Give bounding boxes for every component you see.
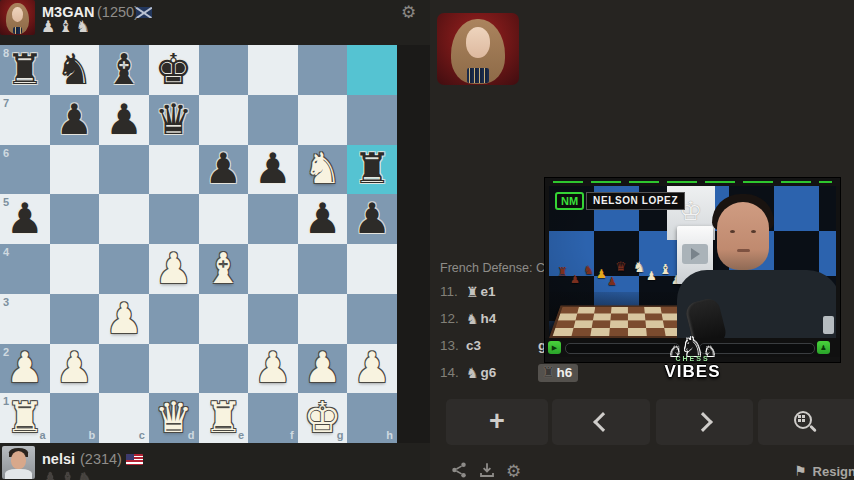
captured-knight-icon: ♞ — [76, 19, 90, 35]
square-g2[interactable]: ♟ — [298, 344, 348, 394]
move-text: g6 — [481, 365, 497, 380]
file-label: e — [238, 429, 244, 441]
move-number: 11. — [440, 284, 466, 299]
top-player-bar: M3GAN (1250) ♟♝♞ — [0, 0, 430, 45]
avatar-face — [466, 27, 491, 57]
square-b7[interactable]: ♟ — [50, 95, 100, 145]
square-f3[interactable] — [248, 294, 298, 344]
scene-piece: ♞ — [583, 264, 594, 276]
streamer-title-badge: NM NELSON LOPEZ — [555, 192, 685, 210]
white-pawn-h2[interactable]: ♟ — [347, 344, 397, 394]
plus-icon: + — [489, 408, 505, 435]
captured-pieces-bottom: ♟♝♞ — [43, 471, 92, 480]
webcam-frame-top — [545, 178, 840, 186]
chevron-left-icon — [593, 412, 613, 432]
rank-label: 2 — [3, 346, 9, 358]
square-d7[interactable]: ♛ — [149, 95, 199, 145]
square-b1[interactable]: b — [50, 393, 100, 443]
square-h7[interactable] — [347, 95, 397, 145]
square-f6[interactable]: ♟ — [248, 145, 298, 195]
rank-label: 7 — [3, 97, 9, 109]
scene-piece: ♟ — [646, 270, 657, 282]
square-h3[interactable] — [347, 294, 397, 344]
white-move[interactable]: ♜e1 — [466, 284, 538, 299]
square-e5[interactable] — [199, 194, 249, 244]
white-pawn-d4[interactable]: ♟ — [149, 244, 199, 294]
white-pawn-c3[interactable]: ♟ — [99, 294, 149, 344]
avatar-shirt — [5, 469, 33, 479]
captured-knight-icon: ♞ — [78, 471, 92, 480]
top-player-rating: (1250) — [97, 4, 139, 20]
top-player-avatar[interactable] — [0, 0, 35, 35]
square-d2[interactable] — [149, 344, 199, 394]
forward-button[interactable] — [656, 399, 753, 445]
resign-label: Resign — [813, 464, 854, 479]
move-number: 13. — [440, 338, 466, 353]
black-queen-d7[interactable]: ♛ — [149, 95, 199, 145]
move-piece-icon: ♞ — [466, 366, 479, 380]
captured-pawn-icon: ♟ — [41, 19, 55, 35]
square-c3[interactable]: ♟ — [99, 294, 149, 344]
square-g3[interactable] — [298, 294, 348, 344]
rank-label: 8 — [3, 47, 9, 59]
bottom-player-bar: nelsi (2314) ♟♝♞ — [0, 443, 430, 480]
square-f4[interactable] — [248, 244, 298, 294]
scene-piece: ♞ — [633, 260, 646, 274]
move-number: 14. — [440, 365, 466, 380]
square-d8[interactable]: ♚ — [149, 45, 199, 95]
move-text: c3 — [466, 338, 481, 353]
play-button-award-icon — [682, 244, 708, 264]
avatar-face — [11, 451, 27, 469]
square-h2[interactable]: ♟ — [347, 344, 397, 394]
square-e2[interactable] — [199, 344, 249, 394]
white-bishop-e4[interactable]: ♝ — [199, 244, 249, 294]
overlay-green-icon-left: ▶ — [548, 341, 561, 354]
square-d6[interactable] — [149, 145, 199, 195]
logo-vibes-text: VIBES — [638, 363, 748, 380]
square-d4[interactable]: ♟ — [149, 244, 199, 294]
black-pawn-b7[interactable]: ♟ — [50, 95, 100, 145]
opening-name: French Defense: Cla — [440, 261, 555, 275]
resign-button[interactable]: ⚑ Resign — [794, 463, 854, 479]
square-d1[interactable]: d♛ — [149, 393, 199, 443]
black-rook-h6[interactable]: ♜ — [347, 145, 397, 195]
bottom-player-name[interactable]: nelsi — [42, 451, 75, 467]
move-piece-icon: ♞ — [466, 312, 479, 326]
square-h8[interactable] — [347, 45, 397, 95]
captured-pieces-top: ♟♝♞ — [41, 19, 90, 35]
bottom-player-flag-icon — [126, 454, 143, 465]
square-h4[interactable] — [347, 244, 397, 294]
share-icon[interactable] — [450, 461, 470, 480]
square-f5[interactable] — [248, 194, 298, 244]
chair-edge — [823, 316, 834, 334]
scene-piece: ♝ — [659, 262, 672, 276]
square-c4[interactable] — [99, 244, 149, 294]
square-f2[interactable]: ♟ — [248, 344, 298, 394]
square-a4[interactable]: 4 — [0, 244, 50, 294]
square-e7[interactable] — [199, 95, 249, 145]
black-pawn-f6[interactable]: ♟ — [248, 145, 298, 195]
white-pawn-b2[interactable]: ♟ — [50, 344, 100, 394]
square-e6[interactable]: ♟ — [199, 145, 249, 195]
move-text: h4 — [481, 311, 497, 326]
square-b2[interactable]: ♟ — [50, 344, 100, 394]
black-knight-b8[interactable]: ♞ — [50, 45, 100, 95]
move-number: 12. — [440, 311, 466, 326]
black-pawn-h5[interactable]: ♟ — [347, 194, 397, 244]
black-pawn-e6[interactable]: ♟ — [199, 145, 249, 195]
square-d5[interactable] — [149, 194, 199, 244]
square-c1[interactable]: c — [99, 393, 149, 443]
overlay-green-icon-right: ♟ — [817, 341, 830, 354]
gear-icon-small[interactable]: ⚙ — [506, 461, 526, 480]
rank-label: 6 — [3, 147, 9, 159]
rank-label: 5 — [3, 196, 9, 208]
back-button[interactable] — [552, 399, 650, 445]
resign-flag-icon: ⚑ — [794, 463, 807, 479]
square-b8[interactable]: ♞ — [50, 45, 100, 95]
square-a7[interactable]: 7 — [0, 95, 50, 145]
square-f7[interactable] — [248, 95, 298, 145]
square-f8[interactable] — [248, 45, 298, 95]
white-move[interactable]: c3 — [466, 338, 538, 353]
square-a8[interactable]: 8♜ — [0, 45, 50, 95]
file-label: g — [337, 429, 344, 441]
download-icon[interactable] — [478, 461, 498, 480]
file-label: a — [40, 429, 46, 441]
rank-label: 3 — [3, 296, 9, 308]
white-knight-g6[interactable]: ♞ — [298, 145, 348, 195]
square-c7[interactable]: ♟ — [99, 95, 149, 145]
streamer-webcam-overlay: ♜♟♞♟♟♛♞♟♝♟♜ ♔ NM NELSON LOPEZ ▶ ♟ ♞♞♞ — [545, 178, 840, 362]
black-bishop-c8[interactable]: ♝ — [99, 45, 149, 95]
black-pawn-g5[interactable]: ♟ — [298, 194, 348, 244]
rank-label: 1 — [3, 395, 9, 407]
white-pawn-g2[interactable]: ♟ — [298, 344, 348, 394]
square-a2[interactable]: 2♟ — [0, 344, 50, 394]
square-b4[interactable] — [50, 244, 100, 294]
file-label: d — [188, 429, 195, 441]
file-label: h — [386, 429, 393, 441]
square-a1[interactable]: 1a♜ — [0, 393, 50, 443]
bottom-player-rating: (2314) — [80, 451, 122, 467]
square-e4[interactable]: ♝ — [199, 244, 249, 294]
magnifier-icon — [794, 411, 812, 429]
square-g5[interactable]: ♟ — [298, 194, 348, 244]
move-piece-icon: ♜ — [542, 365, 555, 379]
move-text: h6 — [557, 365, 573, 380]
white-move[interactable]: ♞g6 — [466, 365, 538, 380]
square-f1[interactable]: f — [248, 393, 298, 443]
bottom-player-avatar[interactable] — [2, 446, 35, 479]
white-move[interactable]: ♞h4 — [466, 311, 538, 326]
file-label: c — [139, 429, 145, 441]
black-pawn-c7[interactable]: ♟ — [99, 95, 149, 145]
square-g1[interactable]: g♚ — [298, 393, 348, 443]
scene-piece: ♜ — [557, 266, 568, 278]
chess-board: 8♜♞♝♚7♟♟♛6♟♟♞♜5♟♟♟4♟♝3♟2♟♟♟♟♟1a♜bcd♛e♜fg… — [0, 45, 397, 443]
avatar-bow — [13, 27, 22, 34]
square-h1[interactable]: h — [347, 393, 397, 443]
square-a6[interactable]: 6 — [0, 145, 50, 195]
square-a5[interactable]: 5♟ — [0, 194, 50, 244]
square-b3[interactable] — [50, 294, 100, 344]
chess-app-page: French Defense: Cla 11.♜e112.♞h413.c3g51… — [0, 0, 854, 480]
square-g6[interactable]: ♞ — [298, 145, 348, 195]
board-settings-gear-icon[interactable]: ⚙ — [401, 3, 416, 21]
square-e3[interactable] — [199, 294, 249, 344]
square-g4[interactable] — [298, 244, 348, 294]
square-h5[interactable]: ♟ — [347, 194, 397, 244]
nm-title-badge: NM — [555, 192, 584, 210]
explore-button[interactable] — [758, 399, 854, 445]
square-a3[interactable]: 3 — [0, 294, 50, 344]
black-king-d8[interactable]: ♚ — [149, 45, 199, 95]
captured-pawn-icon: ♟ — [43, 471, 57, 480]
square-g7[interactable] — [298, 95, 348, 145]
move-text: e1 — [481, 284, 496, 299]
opponent-avatar-large — [437, 13, 519, 85]
white-pawn-f2[interactable]: ♟ — [248, 344, 298, 394]
square-c5[interactable] — [99, 194, 149, 244]
move-piece-icon: ♜ — [466, 285, 479, 299]
streamer-head — [717, 202, 769, 270]
chevron-right-icon — [693, 412, 713, 432]
streamer-name-badge: NELSON LOPEZ — [586, 192, 685, 210]
scene-piece: ♟ — [596, 268, 607, 280]
avatar-bow — [467, 68, 488, 82]
black-move[interactable]: ♜h6 — [538, 364, 578, 382]
square-d3[interactable] — [149, 294, 199, 344]
square-h6[interactable]: ♜ — [347, 145, 397, 195]
scene-piece: ♛ — [615, 260, 627, 273]
square-b6[interactable] — [50, 145, 100, 195]
captured-bishop-icon: ♝ — [60, 471, 74, 480]
scene-piece: ♟ — [570, 274, 580, 285]
file-label: b — [89, 429, 96, 441]
square-c8[interactable]: ♝ — [99, 45, 149, 95]
logo-chess-text: CHESS — [638, 355, 748, 362]
captured-bishop-icon: ♝ — [58, 19, 72, 35]
square-e8[interactable] — [199, 45, 249, 95]
square-b5[interactable] — [50, 194, 100, 244]
square-g8[interactable] — [298, 45, 348, 95]
scene-piece: ♟ — [607, 276, 617, 287]
chess-vibes-logo: ♞♞♞ CHESS VIBES — [638, 337, 748, 380]
file-label: f — [290, 429, 294, 441]
avatar-face — [12, 7, 23, 22]
square-c2[interactable] — [99, 344, 149, 394]
top-player-flag-icon — [136, 7, 152, 18]
square-c6[interactable] — [99, 145, 149, 195]
square-e1[interactable]: e♜ — [199, 393, 249, 443]
webcam-scene: ♜♟♞♟♟♛♞♟♝♟♜ ♔ NM NELSON LOPEZ — [549, 186, 836, 338]
add-button[interactable]: + — [446, 399, 548, 445]
rank-label: 4 — [3, 246, 9, 258]
